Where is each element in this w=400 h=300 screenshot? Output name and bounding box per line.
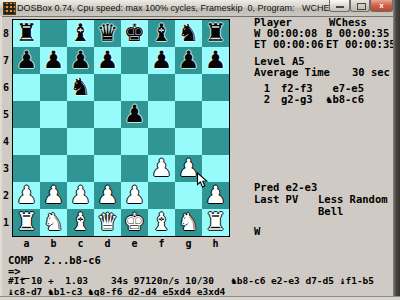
black-knight[interactable]: ♞ [175, 20, 202, 47]
titlebar: DOSBox 0.74, Cpu speed: max 100% cycles,… [0, 0, 400, 17]
square-c5[interactable] [67, 101, 94, 128]
window-bottom-border [0, 296, 400, 300]
square-a8[interactable]: ♜ [13, 20, 40, 47]
square-c6[interactable]: ♞ [67, 74, 94, 101]
square-e2[interactable]: ♟ [121, 182, 148, 209]
square-d4[interactable] [94, 128, 121, 155]
square-e8[interactable]: ♚ [121, 20, 148, 47]
file-label-c: c [67, 238, 94, 250]
square-a2[interactable]: ♟ [13, 182, 40, 209]
square-h6[interactable] [202, 74, 229, 101]
square-h7[interactable]: ♟ [202, 47, 229, 74]
square-d1[interactable]: ♛ [94, 209, 121, 236]
maximize-button[interactable] [350, 0, 370, 12]
last-pv-label: Last PV [254, 193, 298, 205]
maximize-icon [357, 3, 366, 10]
rank-label-4: 4 [0, 128, 12, 155]
square-a4[interactable] [13, 128, 40, 155]
white-pawn[interactable]: ♟ [67, 182, 94, 209]
black-king[interactable]: ♚ [121, 20, 148, 47]
square-b5[interactable] [40, 101, 67, 128]
square-g4[interactable] [175, 128, 202, 155]
file-label-d: d [94, 238, 121, 250]
square-f1[interactable]: ♝ [148, 209, 175, 236]
square-c8[interactable]: ♝ [67, 20, 94, 47]
move-black: ♞b8-c6 [280, 93, 364, 105]
black-bishop[interactable]: ♝ [67, 20, 94, 47]
square-h5[interactable] [202, 101, 229, 128]
white-pawn[interactable]: ♟ [121, 182, 148, 209]
file-label-h: h [202, 238, 229, 250]
square-c3[interactable] [67, 155, 94, 182]
minimize-button[interactable] [329, 0, 350, 12]
square-b3[interactable] [40, 155, 67, 182]
black-rook[interactable]: ♜ [202, 20, 229, 47]
square-e4[interactable] [121, 128, 148, 155]
white-elapsed-time: ET 00:00:06 [254, 38, 324, 50]
black-queen[interactable]: ♛ [94, 20, 121, 47]
average-time-value: 30 sec [352, 66, 390, 78]
square-d2[interactable]: ♟ [94, 182, 121, 209]
square-d7[interactable]: ♟ [94, 47, 121, 74]
square-g7[interactable]: ♟ [175, 47, 202, 74]
rank-label-5: 5 [0, 101, 12, 128]
white-queen[interactable]: ♛ [94, 209, 121, 236]
square-b7[interactable]: ♟ [40, 47, 67, 74]
square-d5[interactable] [94, 101, 121, 128]
white-king[interactable]: ♚ [121, 209, 148, 236]
window-title: DOSBox 0.74, Cpu speed: max 100% cycles,… [17, 3, 342, 13]
square-c2[interactable]: ♟ [67, 182, 94, 209]
white-bishop[interactable]: ♝ [148, 209, 175, 236]
square-d6[interactable] [94, 74, 121, 101]
side-to-move-indicator: W [254, 225, 260, 237]
white-pawn[interactable]: ♟ [40, 182, 67, 209]
square-g8[interactable]: ♞ [175, 20, 202, 47]
rank-label-2: 2 [0, 182, 12, 209]
square-f6[interactable] [148, 74, 175, 101]
square-f7[interactable]: ♟ [148, 47, 175, 74]
square-e1[interactable]: ♚ [121, 209, 148, 236]
black-knight[interactable]: ♞ [67, 74, 94, 101]
black-pawn[interactable]: ♟ [175, 47, 202, 74]
square-e6[interactable] [121, 74, 148, 101]
minimize-icon [336, 6, 344, 8]
file-label-b: b [40, 238, 67, 250]
black-pawn[interactable]: ♟ [94, 47, 121, 74]
black-pawn[interactable]: ♟ [148, 47, 175, 74]
square-f2[interactable] [148, 182, 175, 209]
white-bishop[interactable]: ♝ [67, 209, 94, 236]
white-pawn[interactable]: ♟ [13, 182, 40, 209]
black-pawn[interactable]: ♟ [121, 101, 148, 128]
close-button[interactable]: x [370, 0, 393, 12]
chess-board: ♜♝♛♚♝♞♜♟♟♟♟♟♟♟♞♟♟♟♟♟♟♟♟♟♜♞♝♛♚♝♞♜ [13, 20, 229, 236]
square-a1[interactable]: ♜ [13, 209, 40, 236]
black-pawn[interactable]: ♟ [13, 47, 40, 74]
white-rook[interactable]: ♜ [13, 209, 40, 236]
rank-label-3: 3 [0, 155, 12, 182]
white-pawn[interactable]: ♟ [148, 155, 175, 182]
rank-label-1: 1 [0, 209, 12, 236]
white-knight[interactable]: ♞ [40, 209, 67, 236]
square-d3[interactable] [94, 155, 121, 182]
rank-labels: 87654321 [0, 20, 12, 236]
square-h4[interactable] [202, 128, 229, 155]
square-b8[interactable] [40, 20, 67, 47]
black-rook[interactable]: ♜ [13, 20, 40, 47]
square-c7[interactable]: ♟ [67, 47, 94, 74]
comp-last-move: 2...b8-c6 [44, 254, 101, 266]
window-right-border [393, 0, 400, 300]
file-label-a: a [13, 238, 40, 250]
square-f8[interactable]: ♝ [148, 20, 175, 47]
mouse-cursor [196, 172, 209, 189]
average-time-label: Average Time [254, 66, 330, 78]
black-elapsed-time: ET 00:00:35 [326, 38, 396, 50]
square-a5[interactable] [13, 101, 40, 128]
square-c4[interactable] [67, 128, 94, 155]
square-f5[interactable] [148, 101, 175, 128]
option-bell: Bell [318, 205, 343, 217]
square-g1[interactable]: ♞ [175, 209, 202, 236]
square-g6[interactable] [175, 74, 202, 101]
predicted-move: Pred e2-e3 [254, 181, 317, 193]
white-rook[interactable]: ♜ [202, 209, 229, 236]
square-d8[interactable]: ♛ [94, 20, 121, 47]
file-label-g: g [175, 238, 202, 250]
square-a7[interactable]: ♟ [13, 47, 40, 74]
rank-label-8: 8 [0, 20, 12, 47]
square-h8[interactable]: ♜ [202, 20, 229, 47]
white-knight[interactable]: ♞ [175, 209, 202, 236]
board-frame: ♜♝♛♚♝♞♜♟♟♟♟♟♟♟♞♟♟♟♟♟♟♟♟♟♜♞♝♛♚♝♞♜ [12, 19, 230, 237]
option-less-random: Less Random [318, 193, 388, 205]
rank-label-7: 7 [0, 47, 12, 74]
white-pawn[interactable]: ♟ [94, 182, 121, 209]
square-b4[interactable] [40, 128, 67, 155]
square-h1[interactable]: ♜ [202, 209, 229, 236]
file-label-e: e [121, 238, 148, 250]
square-b1[interactable]: ♞ [40, 209, 67, 236]
square-c1[interactable]: ♝ [67, 209, 94, 236]
file-labels: abcdefgh [13, 238, 229, 250]
black-pawn[interactable]: ♟ [40, 47, 67, 74]
file-label-f: f [148, 238, 175, 250]
square-g5[interactable] [175, 101, 202, 128]
move-number: 2 [262, 93, 270, 105]
square-f4[interactable] [148, 128, 175, 155]
rank-label-6: 6 [0, 74, 12, 101]
square-e5[interactable]: ♟ [121, 101, 148, 128]
square-e7[interactable] [121, 47, 148, 74]
black-pawn[interactable]: ♟ [67, 47, 94, 74]
square-f3[interactable]: ♟ [148, 155, 175, 182]
black-bishop[interactable]: ♝ [148, 20, 175, 47]
square-b2[interactable]: ♟ [40, 182, 67, 209]
square-e3[interactable] [121, 155, 148, 182]
engine-analysis-line: #It 10 + 1.03 34s 97120n/s 10/30 ♞b8-c6 … [8, 275, 374, 286]
square-b6[interactable] [40, 74, 67, 101]
square-a3[interactable] [13, 155, 40, 182]
dosbox-icon [3, 2, 16, 15]
square-a6[interactable] [13, 74, 40, 101]
dosbox-window: DOSBox 0.74, Cpu speed: max 100% cycles,… [0, 0, 400, 300]
black-pawn[interactable]: ♟ [202, 47, 229, 74]
